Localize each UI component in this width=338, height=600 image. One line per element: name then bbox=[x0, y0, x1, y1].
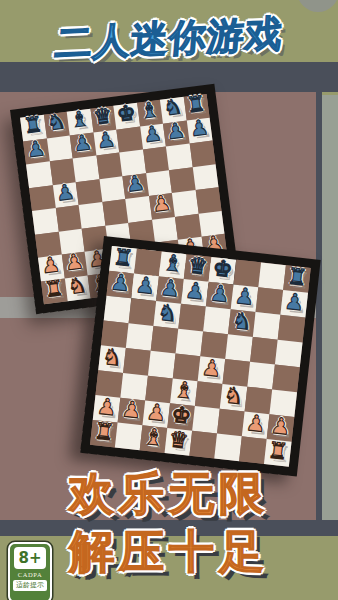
square-h1: ♜ bbox=[264, 439, 292, 467]
age-rating-label: 适龄提示 bbox=[13, 580, 47, 591]
square-b8: ♞ bbox=[43, 112, 69, 138]
square-g1 bbox=[239, 436, 267, 464]
square-e4: ♟ bbox=[198, 356, 226, 384]
blue-pawn-piece: ♟ bbox=[134, 273, 156, 297]
salmon-knight-piece: ♞ bbox=[101, 345, 123, 369]
square-b6 bbox=[129, 298, 157, 326]
blue-pawn-piece: ♟ bbox=[165, 120, 186, 143]
blue-rook-piece: ♜ bbox=[185, 93, 206, 116]
square-h6 bbox=[189, 141, 215, 167]
square-b2: ♟ bbox=[118, 398, 146, 426]
salmon-pawn-piece: ♟ bbox=[40, 254, 61, 277]
square-b1: ♞ bbox=[64, 275, 90, 301]
salmon-bishop-piece: ♝ bbox=[173, 378, 195, 402]
square-f1 bbox=[214, 434, 242, 462]
square-f7: ♟ bbox=[140, 123, 166, 149]
square-d1: ♛ bbox=[165, 428, 193, 456]
square-b7: ♟ bbox=[131, 274, 159, 302]
blue-pawn-piece: ♟ bbox=[142, 123, 163, 146]
square-a6 bbox=[104, 296, 132, 324]
square-e1 bbox=[189, 431, 217, 459]
age-rating-value: 8+ bbox=[14, 547, 46, 569]
square-c6: ♞ bbox=[153, 301, 181, 329]
blue-bishop-piece: ♝ bbox=[139, 99, 160, 122]
background-right-strip bbox=[322, 95, 338, 520]
square-g5 bbox=[169, 167, 195, 193]
blue-rook-piece: ♜ bbox=[22, 114, 43, 137]
blue-pawn-piece: ♟ bbox=[25, 138, 46, 161]
square-c7: ♟ bbox=[70, 132, 96, 158]
square-d7: ♟ bbox=[181, 279, 209, 307]
square-d5 bbox=[99, 176, 125, 202]
square-g4 bbox=[172, 190, 198, 216]
square-e3 bbox=[195, 381, 223, 409]
square-c5 bbox=[151, 326, 179, 354]
square-g6 bbox=[166, 144, 192, 170]
square-f3: ♞ bbox=[220, 384, 248, 412]
square-e6 bbox=[203, 307, 231, 335]
blue-knight-piece: ♞ bbox=[46, 111, 67, 134]
square-f6: ♞ bbox=[228, 309, 256, 337]
blue-rook-piece: ♜ bbox=[112, 246, 134, 270]
square-h5 bbox=[192, 164, 218, 190]
square-f3 bbox=[152, 216, 178, 242]
salmon-pawn-piece: ♟ bbox=[245, 411, 267, 435]
blue-pawn-piece: ♟ bbox=[95, 129, 116, 152]
square-c5 bbox=[76, 179, 102, 205]
square-h7: ♟ bbox=[186, 117, 212, 143]
square-c4 bbox=[148, 351, 176, 379]
salmon-rook-piece: ♜ bbox=[93, 420, 115, 444]
square-d6 bbox=[96, 152, 122, 178]
square-b7 bbox=[46, 135, 72, 161]
square-g4 bbox=[247, 362, 275, 390]
square-h7: ♟ bbox=[280, 290, 308, 318]
blue-pawn-piece: ♟ bbox=[283, 290, 305, 314]
age-rating-org: CADPA bbox=[10, 570, 50, 579]
square-g7 bbox=[256, 287, 284, 315]
salmon-pawn-piece: ♟ bbox=[64, 251, 85, 274]
square-g2: ♟ bbox=[242, 411, 270, 439]
blue-bishop-piece: ♝ bbox=[69, 108, 90, 131]
square-g8 bbox=[258, 262, 286, 290]
blue-pawn-piece: ♟ bbox=[234, 284, 256, 308]
square-e5: ♟ bbox=[122, 173, 148, 199]
square-g7: ♟ bbox=[163, 120, 189, 146]
square-a5 bbox=[29, 185, 55, 211]
square-h4 bbox=[195, 187, 221, 213]
blue-pawn-piece: ♟ bbox=[109, 271, 131, 295]
square-e2 bbox=[192, 406, 220, 434]
square-a1: ♜ bbox=[41, 278, 67, 304]
square-h5 bbox=[275, 340, 303, 368]
age-rating-badge: 8+ CADPA 适龄提示 bbox=[8, 542, 52, 600]
salmon-pawn-piece: ♟ bbox=[270, 414, 292, 438]
salmon-pawn-piece: ♟ bbox=[201, 356, 223, 380]
square-a7: ♟ bbox=[106, 271, 134, 299]
blue-queen-piece: ♛ bbox=[92, 105, 113, 128]
salmon-rook-piece: ♜ bbox=[43, 278, 64, 301]
salmon-pawn-piece: ♟ bbox=[96, 395, 118, 419]
square-b4 bbox=[55, 205, 81, 231]
square-c6 bbox=[73, 155, 99, 181]
slogan-line-1: 欢乐无限 bbox=[0, 464, 338, 524]
square-a4: ♞ bbox=[98, 345, 126, 373]
square-a7: ♟ bbox=[23, 138, 49, 164]
salmon-knight-piece: ♞ bbox=[66, 275, 87, 298]
square-a4 bbox=[32, 208, 58, 234]
blue-king-piece: ♚ bbox=[212, 257, 234, 281]
square-f5 bbox=[225, 334, 253, 362]
square-b4 bbox=[123, 348, 151, 376]
square-a1: ♜ bbox=[90, 420, 118, 448]
blue-knight-piece: ♞ bbox=[231, 309, 253, 333]
blue-king-piece: ♚ bbox=[116, 102, 137, 125]
square-a6 bbox=[26, 161, 52, 187]
square-e8: ♚ bbox=[113, 103, 139, 129]
square-f6 bbox=[143, 146, 169, 172]
square-g5 bbox=[250, 337, 278, 365]
square-b1 bbox=[115, 423, 143, 451]
square-h4 bbox=[272, 365, 300, 393]
blue-queen-piece: ♛ bbox=[187, 254, 209, 278]
blue-rook-piece: ♜ bbox=[286, 265, 308, 289]
salmon-queen-piece: ♛ bbox=[168, 428, 190, 452]
salmon-rook-piece: ♜ bbox=[267, 439, 289, 463]
blue-bishop-piece: ♝ bbox=[162, 251, 184, 275]
blue-pawn-piece: ♟ bbox=[159, 276, 181, 300]
promo-screenshot: 二人迷你游戏 ♜♞♝♛♚♝♞♜♟♟♟♟♟♟♟♟♟♟♟♟♟♟♟♟♜♞♝♛♚♝♞♜ … bbox=[0, 0, 338, 600]
square-b5: ♟ bbox=[52, 182, 78, 208]
square-c4 bbox=[79, 202, 105, 228]
square-b5 bbox=[126, 323, 154, 351]
salmon-king-piece: ♚ bbox=[170, 403, 192, 427]
blue-knight-piece: ♞ bbox=[162, 96, 183, 119]
blue-pawn-piece: ♟ bbox=[55, 181, 76, 204]
blue-pawn-piece: ♟ bbox=[124, 172, 145, 195]
blue-knight-piece: ♞ bbox=[156, 301, 178, 325]
salmon-knight-piece: ♞ bbox=[223, 384, 245, 408]
blue-pawn-piece: ♟ bbox=[188, 117, 209, 140]
square-f2 bbox=[217, 409, 245, 437]
salmon-pawn-piece: ♟ bbox=[145, 400, 167, 424]
square-g6 bbox=[253, 312, 281, 340]
salmon-bishop-piece: ♝ bbox=[143, 425, 165, 449]
salmon-pawn-piece: ♟ bbox=[121, 398, 143, 422]
square-d5 bbox=[176, 329, 204, 357]
square-c1: ♝ bbox=[140, 425, 168, 453]
chessboard-2: ♜♝♛♚♜♟♟♟♟♟♟♟♞♞♞♟♝♞♟♟♟♚♟♟♜♝♛♜ bbox=[80, 236, 321, 477]
square-d6 bbox=[178, 304, 206, 332]
square-e7 bbox=[116, 126, 142, 152]
square-e4 bbox=[125, 196, 151, 222]
blue-pawn-piece: ♟ bbox=[72, 132, 93, 155]
square-e7: ♟ bbox=[206, 282, 234, 310]
square-d4 bbox=[102, 199, 128, 225]
salmon-pawn-piece: ♟ bbox=[151, 193, 172, 216]
square-h6 bbox=[278, 315, 306, 343]
blue-pawn-piece: ♟ bbox=[209, 282, 231, 306]
square-f4: ♟ bbox=[149, 193, 175, 219]
blue-pawn-piece: ♟ bbox=[184, 279, 206, 303]
square-d7: ♟ bbox=[93, 129, 119, 155]
